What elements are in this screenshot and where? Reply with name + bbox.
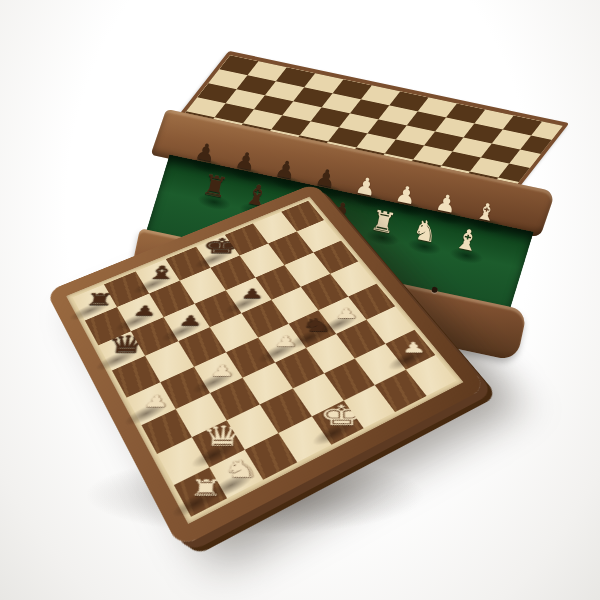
square-a2[interactable] [157,437,209,485]
piece-shadow [188,438,239,472]
piece-shadow [121,398,171,430]
piece-black-rook-a8[interactable]: ♜ [83,291,115,307]
piece-shadow [205,467,257,503]
square-c4[interactable]: ♟ [194,352,243,393]
square-b3[interactable] [176,393,227,437]
piece-black-pawn-e6[interactable]: ♟ [240,287,265,300]
square-a3[interactable] [141,409,192,454]
piece-white-knight-b1[interactable]: ♞ [222,457,260,481]
square-b5[interactable] [145,341,193,381]
product-photo-scene: ♟♟♟♟♟♟♟♝♜♝♞♟♜♞♝ ♜♝♚♟♛♟♟♟♟♟♞♟♛♟♜♞♚ [0,0,600,600]
piece-white-queen-b2[interactable]: ♛ [200,422,247,450]
piece-black-knight-f4[interactable]: ♞ [300,316,333,335]
square-e3[interactable] [275,348,325,389]
piece-shadow [93,346,141,375]
piece-black-pawn-c6[interactable]: ♟ [178,314,204,328]
square-g1[interactable] [375,370,426,412]
piece-white-pawn-a4[interactable]: ♟ [141,394,169,410]
square-b1[interactable]: ♞ [210,450,263,498]
square-f1[interactable] [343,385,395,429]
piece-white-pawn-e4[interactable]: ♟ [273,334,298,349]
piece-white-king-e1[interactable]: ♚ [318,401,365,429]
piece-black-bishop-c8[interactable]: ♝ [144,264,179,282]
square-a1[interactable]: ♜ [174,467,228,517]
piece-shadow [384,345,430,374]
piece-black-queen-a6[interactable]: ♛ [104,333,149,357]
square-g2[interactable] [355,344,405,385]
square-d1[interactable] [278,416,331,462]
square-e2[interactable] [293,374,344,417]
piece-shadow [309,417,358,450]
square-d2[interactable] [260,389,311,433]
square-b4[interactable] [160,367,209,409]
piece-white-pawn-g4[interactable]: ♟ [334,307,359,321]
square-c2[interactable] [227,405,279,450]
square-c3[interactable] [210,378,260,421]
square-a4[interactable]: ♟ [126,382,176,425]
piece-shadow [169,485,222,522]
square-a5[interactable] [112,356,160,397]
square-f3[interactable] [306,334,355,374]
piece-white-rook-a1[interactable]: ♜ [187,477,223,499]
piece-black-king-e8[interactable]: ♚ [201,235,242,256]
square-h1[interactable] [405,355,456,396]
piece-black-pawn-b7[interactable]: ♟ [131,304,157,318]
piece-white-pawn-c4[interactable]: ♟ [209,363,236,378]
piece-white-pawn-h2[interactable]: ♟ [401,341,428,356]
square-b2[interactable]: ♛ [192,421,244,467]
square-d4[interactable] [226,338,275,378]
square-d3[interactable] [243,363,293,405]
square-e1[interactable]: ♚ [311,400,363,445]
piece-shadow [189,367,237,397]
square-c1[interactable] [244,433,297,480]
square-f2[interactable] [324,359,375,401]
